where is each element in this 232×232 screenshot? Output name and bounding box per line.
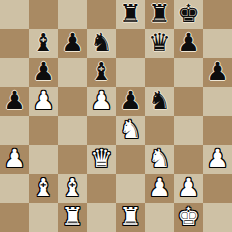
- square-e2[interactable]: [116, 174, 145, 203]
- black-knight[interactable]: ♞: [90, 28, 112, 57]
- square-d6[interactable]: ♝: [87, 58, 116, 87]
- white-pawn[interactable]: ♟: [32, 86, 54, 115]
- black-rook[interactable]: ♜: [119, 0, 141, 28]
- square-f5[interactable]: ♞: [145, 87, 174, 116]
- square-f6[interactable]: [145, 58, 174, 87]
- white-pawn[interactable]: ♟: [148, 173, 170, 202]
- white-rook[interactable]: ♜: [119, 202, 141, 231]
- white-pawn[interactable]: ♟: [206, 144, 228, 173]
- black-pawn[interactable]: ♟: [177, 28, 199, 57]
- black-pawn[interactable]: ♟: [61, 28, 83, 57]
- square-g5[interactable]: [174, 87, 203, 116]
- square-e3[interactable]: [116, 145, 145, 174]
- square-d8[interactable]: [87, 0, 116, 29]
- square-d5[interactable]: ♟: [87, 87, 116, 116]
- white-queen[interactable]: ♛: [90, 144, 112, 173]
- square-c8[interactable]: [58, 0, 87, 29]
- square-g1[interactable]: ♚: [174, 203, 203, 232]
- black-queen[interactable]: ♛: [148, 28, 170, 57]
- square-d2[interactable]: [87, 174, 116, 203]
- square-f2[interactable]: ♟: [145, 174, 174, 203]
- square-g7[interactable]: ♟: [174, 29, 203, 58]
- square-f1[interactable]: [145, 203, 174, 232]
- white-bishop[interactable]: ♝: [61, 173, 83, 202]
- square-d3[interactable]: ♛: [87, 145, 116, 174]
- black-bishop[interactable]: ♝: [90, 57, 112, 86]
- square-h8[interactable]: [203, 0, 232, 29]
- square-a8[interactable]: [0, 0, 29, 29]
- square-a6[interactable]: [0, 58, 29, 87]
- square-h1[interactable]: [203, 203, 232, 232]
- black-pawn[interactable]: ♟: [32, 57, 54, 86]
- square-f7[interactable]: ♛: [145, 29, 174, 58]
- white-pawn[interactable]: ♟: [90, 86, 112, 115]
- black-pawn[interactable]: ♟: [206, 57, 228, 86]
- black-bishop[interactable]: ♝: [32, 28, 54, 57]
- black-pawn[interactable]: ♟: [3, 86, 25, 115]
- square-e1[interactable]: ♜: [116, 203, 145, 232]
- square-d1[interactable]: [87, 203, 116, 232]
- white-pawn[interactable]: ♟: [177, 173, 199, 202]
- square-c1[interactable]: ♜: [58, 203, 87, 232]
- square-h4[interactable]: [203, 116, 232, 145]
- square-c2[interactable]: ♝: [58, 174, 87, 203]
- square-a5[interactable]: ♟: [0, 87, 29, 116]
- square-f4[interactable]: [145, 116, 174, 145]
- square-h5[interactable]: [203, 87, 232, 116]
- black-pawn[interactable]: ♟: [119, 86, 141, 115]
- square-c3[interactable]: [58, 145, 87, 174]
- square-b2[interactable]: ♝: [29, 174, 58, 203]
- square-b6[interactable]: ♟: [29, 58, 58, 87]
- white-knight[interactable]: ♞: [148, 144, 170, 173]
- square-g6[interactable]: [174, 58, 203, 87]
- white-rook[interactable]: ♜: [61, 202, 83, 231]
- square-a2[interactable]: [0, 174, 29, 203]
- square-d7[interactable]: ♞: [87, 29, 116, 58]
- square-a4[interactable]: [0, 116, 29, 145]
- square-b4[interactable]: [29, 116, 58, 145]
- square-e7[interactable]: [116, 29, 145, 58]
- square-g2[interactable]: ♟: [174, 174, 203, 203]
- square-c4[interactable]: [58, 116, 87, 145]
- square-c6[interactable]: [58, 58, 87, 87]
- square-b5[interactable]: ♟: [29, 87, 58, 116]
- black-rook[interactable]: ♜: [148, 0, 170, 28]
- square-h6[interactable]: ♟: [203, 58, 232, 87]
- square-f3[interactable]: ♞: [145, 145, 174, 174]
- square-g3[interactable]: [174, 145, 203, 174]
- white-bishop[interactable]: ♝: [32, 173, 54, 202]
- black-king[interactable]: ♚: [177, 0, 199, 28]
- square-g4[interactable]: [174, 116, 203, 145]
- square-e4[interactable]: ♞: [116, 116, 145, 145]
- square-b1[interactable]: [29, 203, 58, 232]
- square-h3[interactable]: ♟: [203, 145, 232, 174]
- square-e6[interactable]: [116, 58, 145, 87]
- square-d4[interactable]: [87, 116, 116, 145]
- black-knight[interactable]: ♞: [148, 86, 170, 115]
- square-c5[interactable]: [58, 87, 87, 116]
- square-h7[interactable]: [203, 29, 232, 58]
- chess-board: ♜♜♚♝♟♞♛♟♟♝♟♟♟♟♟♞♞♟♛♞♟♝♝♟♟♜♜♚: [0, 0, 232, 232]
- white-king[interactable]: ♚: [177, 202, 199, 231]
- square-b7[interactable]: ♝: [29, 29, 58, 58]
- square-e5[interactable]: ♟: [116, 87, 145, 116]
- square-e8[interactable]: ♜: [116, 0, 145, 29]
- square-c7[interactable]: ♟: [58, 29, 87, 58]
- white-pawn[interactable]: ♟: [3, 144, 25, 173]
- square-b3[interactable]: [29, 145, 58, 174]
- square-a1[interactable]: [0, 203, 29, 232]
- square-a3[interactable]: ♟: [0, 145, 29, 174]
- square-g8[interactable]: ♚: [174, 0, 203, 29]
- square-f8[interactable]: ♜: [145, 0, 174, 29]
- square-b8[interactable]: [29, 0, 58, 29]
- white-knight[interactable]: ♞: [119, 115, 141, 144]
- square-h2[interactable]: [203, 174, 232, 203]
- square-a7[interactable]: [0, 29, 29, 58]
